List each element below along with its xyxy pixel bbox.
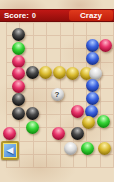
grid-cell [20, 155, 33, 168]
joker-ball-white[interactable]: ? [51, 88, 64, 101]
grid-cell [74, 23, 87, 36]
ball-green[interactable] [97, 115, 110, 128]
ball-black[interactable] [12, 93, 25, 106]
grid-cell [47, 36, 60, 49]
ball-blue[interactable] [86, 92, 99, 105]
grid-cell [87, 23, 100, 36]
grid-cell [61, 115, 74, 128]
score-bar: Score: 0 Crazy [0, 9, 114, 22]
ball-blue[interactable] [86, 52, 99, 65]
ball-blue[interactable] [86, 79, 99, 92]
grid-cell [34, 36, 47, 49]
grid-cell [74, 155, 87, 168]
ball-red[interactable] [3, 127, 16, 140]
grid-cell [87, 155, 100, 168]
ball-black[interactable] [26, 66, 39, 79]
ball-green[interactable] [81, 142, 94, 155]
grid-cell [101, 76, 114, 89]
grid-cell [101, 89, 114, 102]
ball-red[interactable] [71, 105, 84, 118]
grid-cell [34, 89, 47, 102]
grid-cell [87, 128, 100, 141]
grid-cell [61, 155, 74, 168]
ball-yellow[interactable] [39, 66, 52, 79]
ball-green[interactable] [12, 42, 25, 55]
grid-cell [34, 142, 47, 155]
ball-black[interactable] [26, 107, 39, 120]
ball-red[interactable] [12, 80, 25, 93]
ball-red[interactable] [12, 55, 25, 68]
ball-blue[interactable] [86, 39, 99, 52]
grid-cell [101, 155, 114, 168]
ball-red[interactable] [12, 67, 25, 80]
ball-red[interactable] [99, 39, 112, 52]
grid-cell [47, 23, 60, 36]
grid-cell [47, 142, 60, 155]
ball-green[interactable] [26, 121, 39, 134]
grid-cell [61, 49, 74, 62]
mode-badge: Crazy [69, 10, 113, 21]
ball-black[interactable] [12, 107, 25, 120]
back-arrow-icon: ◀ [7, 144, 14, 157]
ball-yellow[interactable] [82, 116, 95, 129]
grid-cell [34, 155, 47, 168]
grid-cell [61, 36, 74, 49]
score-value: 0 [32, 10, 36, 21]
score-label: Score: [4, 10, 29, 21]
grid-cell [34, 23, 47, 36]
game-board[interactable]: ◀ ? [0, 22, 114, 182]
back-button[interactable]: ◀ [1, 141, 19, 160]
grid-cell [47, 102, 60, 115]
ball-yellow[interactable] [53, 66, 66, 79]
grid-cell [47, 155, 60, 168]
grid-cell [101, 23, 114, 36]
grid-cell [74, 36, 87, 49]
ball-red[interactable] [52, 127, 65, 140]
game-screen: Score: 0 Crazy ◀ ? [0, 0, 114, 182]
ball-black[interactable] [71, 127, 84, 140]
joker-symbol: ? [51, 89, 64, 100]
grid-cell [34, 49, 47, 62]
ball-black[interactable] [12, 28, 25, 41]
grid-cell [101, 63, 114, 76]
ball-white[interactable] [64, 142, 77, 155]
ball-yellow[interactable] [66, 67, 79, 80]
grid-cell [20, 142, 33, 155]
grid-cell [61, 23, 74, 36]
grid-cell [47, 49, 60, 62]
grid-cell [101, 128, 114, 141]
grid-cell [101, 102, 114, 115]
ball-yellow[interactable] [98, 142, 111, 155]
